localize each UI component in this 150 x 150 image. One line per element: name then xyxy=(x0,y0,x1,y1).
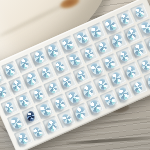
light-blue-crystal xyxy=(148,74,150,87)
light-blue-crystal xyxy=(37,102,52,118)
light-blue-crystal xyxy=(11,79,22,92)
light-blue-crystal xyxy=(99,42,107,53)
dark-navy-crystal xyxy=(27,111,35,122)
light-blue-crystal xyxy=(4,63,16,77)
light-blue-crystal xyxy=(74,30,90,46)
light-blue-crystal xyxy=(48,82,57,94)
light-blue-crystal xyxy=(96,77,108,91)
light-blue-crystal xyxy=(111,71,122,85)
light-blue-crystal xyxy=(140,59,150,72)
light-blue-crystal xyxy=(67,52,82,68)
light-blue-crystal xyxy=(31,125,44,138)
light-blue-crystal xyxy=(5,101,15,113)
light-blue-crystal xyxy=(77,69,86,81)
light-blue-crystal xyxy=(126,27,138,41)
light-blue-crystal xyxy=(90,24,104,39)
light-blue-crystal xyxy=(17,131,29,145)
light-blue-crystal xyxy=(103,55,117,71)
light-blue-crystal xyxy=(41,67,51,79)
light-blue-crystal xyxy=(20,58,29,70)
light-blue-crystal xyxy=(54,60,66,73)
light-blue-crystal xyxy=(62,75,72,87)
light-blue-crystal xyxy=(0,86,7,98)
light-blue-crystal xyxy=(117,85,131,101)
light-blue-crystal xyxy=(26,72,36,85)
light-blue-crystal xyxy=(59,112,73,126)
light-blue-crystal xyxy=(88,61,104,77)
light-blue-crystal xyxy=(53,96,66,111)
light-blue-crystal xyxy=(126,65,136,78)
light-blue-crystal xyxy=(83,47,94,60)
photo-scene xyxy=(0,0,150,150)
light-blue-crystal xyxy=(33,50,44,64)
light-blue-crystal xyxy=(133,80,143,93)
light-blue-crystal xyxy=(66,89,82,105)
light-blue-crystal xyxy=(133,43,144,57)
light-blue-crystal xyxy=(32,87,44,101)
light-blue-crystal xyxy=(120,13,130,25)
light-blue-crystal xyxy=(9,114,25,130)
light-blue-crystal xyxy=(133,6,145,20)
light-blue-crystal xyxy=(83,84,93,97)
light-blue-crystal xyxy=(47,43,60,58)
light-blue-crystal xyxy=(75,105,86,119)
light-blue-crystal xyxy=(103,17,119,34)
light-blue-crystal xyxy=(60,36,76,52)
light-blue-crystal xyxy=(138,20,150,36)
light-blue-crystal xyxy=(148,37,150,50)
light-blue-crystal xyxy=(112,33,124,48)
light-blue-crystal xyxy=(102,92,118,108)
light-blue-crystal xyxy=(119,50,129,62)
light-blue-crystal xyxy=(47,118,57,131)
light-blue-crystal xyxy=(18,94,30,108)
light-blue-crystal xyxy=(88,98,103,115)
